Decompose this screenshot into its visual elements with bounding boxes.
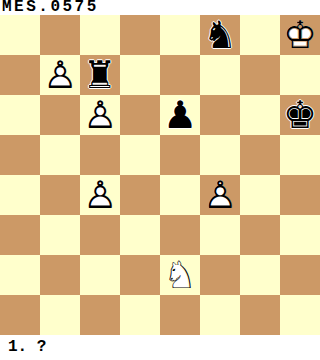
square-f1[interactable] [200, 295, 240, 335]
square-h4[interactable] [280, 175, 320, 215]
square-e7[interactable] [160, 55, 200, 95]
square-g6[interactable] [240, 95, 280, 135]
black-pawn[interactable]: ♟ [160, 95, 200, 135]
square-b7[interactable]: ♟♙ [40, 55, 80, 95]
square-d4[interactable] [120, 175, 160, 215]
square-d2[interactable] [120, 255, 160, 295]
puzzle-id: MES.0575 [2, 0, 99, 15]
piece-glyph: ♚ [280, 95, 320, 135]
square-f6[interactable] [200, 95, 240, 135]
square-a8[interactable] [0, 15, 40, 55]
white-pawn[interactable]: ♟♙ [80, 95, 120, 135]
square-h1[interactable] [280, 295, 320, 335]
square-e1[interactable] [160, 295, 200, 335]
diagram-header: MES.0575 [0, 0, 320, 15]
square-b6[interactable] [40, 95, 80, 135]
square-e2[interactable]: ♞♘ [160, 255, 200, 295]
square-a1[interactable] [0, 295, 40, 335]
square-c7[interactable]: ♜ [80, 55, 120, 95]
square-c6[interactable]: ♟♙ [80, 95, 120, 135]
square-h7[interactable] [280, 55, 320, 95]
square-c4[interactable]: ♟♙ [80, 175, 120, 215]
square-h6[interactable]: ♚ [280, 95, 320, 135]
square-b2[interactable] [40, 255, 80, 295]
chess-diagram: MES.0575 ♞♚♔♟♙♜♟♙♟♚♟♙♟♙♞♘ 1. ? [0, 0, 320, 360]
square-c1[interactable] [80, 295, 120, 335]
white-pawn[interactable]: ♟♙ [80, 175, 120, 215]
square-a2[interactable] [0, 255, 40, 295]
square-b8[interactable] [40, 15, 80, 55]
square-g1[interactable] [240, 295, 280, 335]
square-g4[interactable] [240, 175, 280, 215]
square-f8[interactable]: ♞ [200, 15, 240, 55]
square-e4[interactable] [160, 175, 200, 215]
square-a7[interactable] [0, 55, 40, 95]
square-g7[interactable] [240, 55, 280, 95]
piece-outline: ♙ [80, 95, 120, 135]
square-h5[interactable] [280, 135, 320, 175]
square-d3[interactable] [120, 215, 160, 255]
square-c5[interactable] [80, 135, 120, 175]
square-b5[interactable] [40, 135, 80, 175]
square-f2[interactable] [200, 255, 240, 295]
diagram-footer: 1. ? [0, 335, 320, 360]
square-e5[interactable] [160, 135, 200, 175]
square-b3[interactable] [40, 215, 80, 255]
white-knight[interactable]: ♞♘ [160, 255, 200, 295]
square-g8[interactable] [240, 15, 280, 55]
square-f5[interactable] [200, 135, 240, 175]
square-d5[interactable] [120, 135, 160, 175]
white-pawn[interactable]: ♟♙ [200, 175, 240, 215]
chess-board: ♞♚♔♟♙♜♟♙♟♚♟♙♟♙♞♘ [0, 15, 320, 335]
piece-outline: ♘ [160, 255, 200, 295]
square-f3[interactable] [200, 215, 240, 255]
square-h3[interactable] [280, 215, 320, 255]
piece-outline: ♔ [280, 15, 320, 55]
square-g3[interactable] [240, 215, 280, 255]
square-c2[interactable] [80, 255, 120, 295]
square-e3[interactable] [160, 215, 200, 255]
black-king[interactable]: ♚ [280, 95, 320, 135]
black-rook[interactable]: ♜ [80, 55, 120, 95]
square-a6[interactable] [0, 95, 40, 135]
square-c3[interactable] [80, 215, 120, 255]
square-d6[interactable] [120, 95, 160, 135]
square-e8[interactable] [160, 15, 200, 55]
piece-glyph: ♟ [160, 95, 200, 135]
square-h8[interactable]: ♚♔ [280, 15, 320, 55]
piece-glyph: ♜ [80, 55, 120, 95]
piece-glyph: ♞ [200, 15, 240, 55]
piece-outline: ♙ [200, 175, 240, 215]
white-pawn[interactable]: ♟♙ [40, 55, 80, 95]
piece-outline: ♙ [40, 55, 80, 95]
square-g5[interactable] [240, 135, 280, 175]
piece-outline: ♙ [80, 175, 120, 215]
square-c8[interactable] [80, 15, 120, 55]
square-a5[interactable] [0, 135, 40, 175]
square-h2[interactable] [280, 255, 320, 295]
square-b4[interactable] [40, 175, 80, 215]
square-d8[interactable] [120, 15, 160, 55]
square-d1[interactable] [120, 295, 160, 335]
move-prompt: 1. ? [8, 335, 46, 360]
square-a4[interactable] [0, 175, 40, 215]
square-e6[interactable]: ♟ [160, 95, 200, 135]
square-d7[interactable] [120, 55, 160, 95]
square-g2[interactable] [240, 255, 280, 295]
square-a3[interactable] [0, 215, 40, 255]
square-f4[interactable]: ♟♙ [200, 175, 240, 215]
black-knight[interactable]: ♞ [200, 15, 240, 55]
white-king[interactable]: ♚♔ [280, 15, 320, 55]
square-b1[interactable] [40, 295, 80, 335]
square-f7[interactable] [200, 55, 240, 95]
